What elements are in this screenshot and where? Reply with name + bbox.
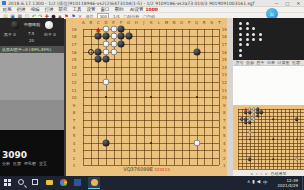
close-button[interactable]: ✕: [293, 1, 304, 6]
tree-node-5[interactable]: [239, 33, 242, 36]
menu-item-2[interactable]: 编辑: [31, 7, 40, 12]
coord-number-left-5: 5: [73, 133, 76, 138]
col-header-4: 计算量: [278, 60, 290, 65]
stone-white-D19: [102, 25, 109, 32]
coord-number-left-12: 12: [71, 79, 76, 84]
sidebar-panel-lower: [0, 100, 64, 130]
star-point-K4: [150, 142, 152, 144]
coord-letter-B: B: [89, 20, 92, 25]
coord-letter-D: D: [104, 20, 107, 25]
coord-number-right-5: 5: [223, 133, 226, 138]
stone-black-D18: [102, 33, 109, 40]
go-app-icon: [91, 179, 98, 186]
menu-item-5[interactable]: 工具: [73, 7, 82, 12]
menu-item-8[interactable]: 帮助: [115, 7, 124, 12]
app-window: 2018.6.17.1300 - 1/2 (排位)910118946-vs2(2…: [0, 0, 304, 190]
stone-white-D12: [102, 78, 109, 85]
coord-number-left-8: 8: [73, 110, 76, 115]
tree-node-7[interactable]: [252, 33, 255, 36]
preview-go-board[interactable]: ▲: [233, 105, 304, 170]
menu-item-6[interactable]: 设置: [87, 7, 96, 12]
stone-white-D16: [102, 48, 109, 55]
coord-letter-F: F: [120, 20, 122, 25]
coord-number-left-7: 7: [73, 117, 76, 122]
coord-letter-S: S: [211, 20, 214, 25]
last-move-button[interactable]: »: [265, 171, 267, 176]
coord-number-right-7: 7: [223, 117, 226, 122]
stone-black-F19: [118, 25, 125, 32]
clock-date: 2021/4/29: [277, 183, 298, 188]
col-header-0: 序号: [236, 60, 244, 65]
stone-black-G18: [125, 33, 132, 40]
coord-number-right-6: 6: [223, 125, 226, 130]
tree-node-6[interactable]: [246, 33, 249, 36]
circle-marker: [240, 117, 244, 121]
players-panel: 中国规则 黑子 0 7.5 白子 0 20: [0, 18, 64, 46]
tree-node-16[interactable]: [239, 54, 242, 57]
coord-number-right-2: 2: [223, 155, 226, 160]
stone-black-D15: [102, 56, 109, 63]
coord-letter-G: G: [127, 20, 130, 25]
coord-number-left-4: 4: [73, 140, 76, 145]
menu-item-1[interactable]: 棋谱: [17, 7, 26, 12]
tree-node-14[interactable]: [246, 43, 249, 46]
menu-item-0[interactable]: 对局: [3, 7, 12, 12]
stone-black-F17: [256, 114, 260, 118]
window-title: 2018.6.17.1300 - 1/2 (排位)910118946-vs2(2…: [8, 1, 271, 6]
taskbar-clock[interactable]: 12:39 2021/4/29: [277, 178, 298, 188]
candidate-list[interactable]: [233, 66, 304, 105]
star-point-K10: [272, 138, 274, 140]
tree-node-10[interactable]: [246, 38, 249, 41]
title-bar: 2018.6.17.1300 - 1/2 (排位)910118946-vs2(2…: [0, 0, 304, 7]
stone-black-G18: [260, 111, 264, 115]
komi-label: 7.5: [28, 31, 34, 36]
coord-letter-L: L: [158, 20, 160, 25]
board-caption: VQ376099E 123213: [66, 166, 227, 172]
tree-node-15[interactable]: [239, 49, 242, 52]
star-point-Q10: [196, 96, 198, 98]
coord-letter-T: T: [218, 20, 220, 25]
tree-node-12[interactable]: [259, 38, 262, 41]
tray-icon-2[interactable]: ◀: [257, 179, 260, 184]
white-captures-label: 白子 0: [44, 32, 56, 37]
tree-node-13[interactable]: [239, 43, 242, 46]
next-move-button[interactable]: ›: [261, 171, 263, 176]
star-point-K16: [272, 118, 274, 120]
office-app-icon[interactable]: [74, 179, 81, 186]
star-point-K4: [272, 159, 274, 161]
coord-number-right-8: 8: [223, 110, 226, 115]
menu-item-7[interactable]: 窗口: [101, 7, 110, 12]
last-move-triangle-marker: ▲: [96, 26, 101, 32]
stone-white-Q4: [193, 139, 200, 146]
tab-2[interactable]: 变化图: [24, 161, 36, 166]
coord-number-left-18: 18: [71, 34, 76, 39]
system-tray[interactable]: ∧▮◀: [246, 179, 261, 184]
ime-indicator[interactable]: 中: [263, 180, 268, 185]
stone-white-E19: [110, 25, 117, 32]
coord-number-right-9: 9: [223, 102, 226, 107]
minimize-button[interactable]: —: [271, 1, 282, 6]
caption-extra: 123213: [154, 167, 169, 172]
col-header-1: 坐标: [246, 60, 254, 65]
stone-black-Q16: [295, 117, 299, 121]
visits-count: 3090: [2, 150, 27, 160]
star-point-K10: [150, 96, 152, 98]
stone-white-E16: [252, 117, 256, 121]
stone-white-E17: [110, 41, 117, 48]
tab-0[interactable]: 分析: [2, 161, 10, 166]
stone-black-C18: [95, 33, 102, 40]
sidebar-panel-upper: [0, 53, 64, 100]
coord-number-left-10: 10: [71, 95, 76, 100]
variation-tree-panel[interactable]: [233, 18, 304, 60]
tree-node-4[interactable]: [252, 27, 255, 30]
last-move-triangle-marker: ▲: [244, 106, 247, 112]
coord-number-right-4: 4: [223, 140, 226, 145]
tab-1[interactable]: 推荐: [13, 161, 21, 166]
maximize-button[interactable]: □: [282, 1, 293, 6]
star-point-D10: [249, 138, 251, 140]
coord-letter-H: H: [135, 20, 138, 25]
stone-white-D17: [102, 41, 109, 48]
first-move-button[interactable]: «: [250, 171, 252, 176]
menu-number: 1000: [145, 7, 158, 12]
coord-letter-K: K: [150, 20, 153, 25]
stone-black-D15: [248, 121, 252, 125]
coord-letter-M: M: [165, 20, 168, 25]
coord-letter-P: P: [188, 20, 190, 25]
task-view-icon[interactable]: [32, 179, 38, 185]
tree-node-0[interactable]: [239, 22, 242, 25]
stone-white-E16: [110, 48, 117, 55]
menu-extra[interactable]: AI设置: [130, 7, 143, 12]
coord-letter-E: E: [112, 20, 115, 25]
stone-black-F18: [118, 33, 125, 40]
stone-white-Q4: [295, 157, 299, 161]
engine-panel: 3090 分析推荐变化图交互: [0, 130, 64, 176]
tree-node-9[interactable]: [239, 38, 242, 41]
browser-icon[interactable]: [60, 179, 67, 186]
stone-black-Q16: [193, 48, 200, 55]
coord-letter-Q: Q: [195, 20, 198, 25]
coord-number-left-6: 6: [73, 125, 76, 130]
winrate-strip: 执黑AI胜率=0 (49%,49%): [0, 46, 64, 53]
tree-node-2[interactable]: [239, 27, 242, 30]
star-point-D10: [105, 96, 107, 98]
coord-number-left-15: 15: [71, 57, 76, 62]
coord-letter-O: O: [180, 20, 183, 25]
analysis-tabs[interactable]: 分析推荐变化图交互: [2, 161, 50, 166]
time-label: 20: [29, 38, 34, 43]
prev-move-button[interactable]: ‹: [256, 171, 258, 176]
coord-number-right-1: 1: [223, 163, 226, 168]
main-go-board[interactable]: VQ376099E 123213 ABCDEFGHJKLMNOPQRST1919…: [66, 18, 227, 176]
tree-node-3[interactable]: [246, 27, 249, 30]
tree-node-8[interactable]: [259, 33, 262, 36]
coord-number-left-1: 1: [73, 163, 76, 168]
coord-number-left-14: 14: [71, 64, 76, 69]
tree-node-11[interactable]: [252, 38, 255, 41]
tray-icon-1[interactable]: ▮: [252, 179, 254, 184]
stone-black-D4: [102, 139, 109, 146]
winrate-text: 执黑AI胜率=0 (49%,49%): [2, 47, 51, 52]
coord-number-left-19: 19: [71, 26, 76, 31]
coord-number-left-13: 13: [71, 72, 76, 77]
coord-number-left-17: 17: [71, 42, 76, 47]
stone-white-E18: [110, 33, 117, 40]
coord-letter-J: J: [143, 20, 144, 25]
caption-id: VQ376099E: [123, 166, 153, 172]
menu-item-3[interactable]: 打谱: [45, 7, 54, 12]
menu-items[interactable]: 对局棋谱编辑打谱研究工具设置窗口帮助: [0, 7, 126, 12]
col-header-3: 目差: [267, 60, 275, 65]
go-app-taskbar-icon[interactable]: [88, 177, 100, 189]
tray-icon-0[interactable]: ∧: [247, 179, 250, 184]
start-button[interactable]: [4, 179, 11, 186]
tree-node-1[interactable]: [246, 22, 249, 25]
coord-letter-A: A: [82, 20, 85, 25]
coord-number-left-3: 3: [73, 148, 76, 153]
coord-number-left-16: 16: [71, 49, 76, 54]
app-icon: [2, 1, 6, 5]
black-captures-label: 黑子 0: [4, 32, 16, 37]
circle-marker: [88, 49, 94, 55]
coord-number-left-9: 9: [73, 102, 76, 107]
coord-letter-N: N: [173, 20, 176, 25]
show-desktop-button[interactable]: [302, 176, 304, 190]
search-icon[interactable]: [18, 179, 24, 185]
stone-black-C15: [95, 56, 102, 63]
stone-white-D12: [248, 131, 252, 135]
tab-3[interactable]: 交互: [39, 161, 47, 166]
stone-black-F17: [118, 41, 125, 48]
coord-number-left-11: 11: [71, 87, 76, 92]
coord-letter-R: R: [203, 20, 206, 25]
menu-item-4[interactable]: 研究: [59, 7, 68, 12]
col-header-5: 推荐: [292, 60, 300, 65]
stone-black-D4: [248, 157, 252, 161]
rules-label: 中国规则: [0, 22, 64, 27]
star-point-Q10: [296, 138, 298, 140]
autoplay-label[interactable]: 自动播放: [271, 171, 287, 176]
file-explorer-icon[interactable]: [46, 180, 53, 185]
coord-number-right-3: 3: [223, 148, 226, 153]
coord-number-left-2: 2: [73, 155, 76, 160]
star-point-K16: [150, 51, 152, 53]
col-header-2: 胜率: [257, 60, 265, 65]
stone-black-C16: [95, 48, 102, 55]
